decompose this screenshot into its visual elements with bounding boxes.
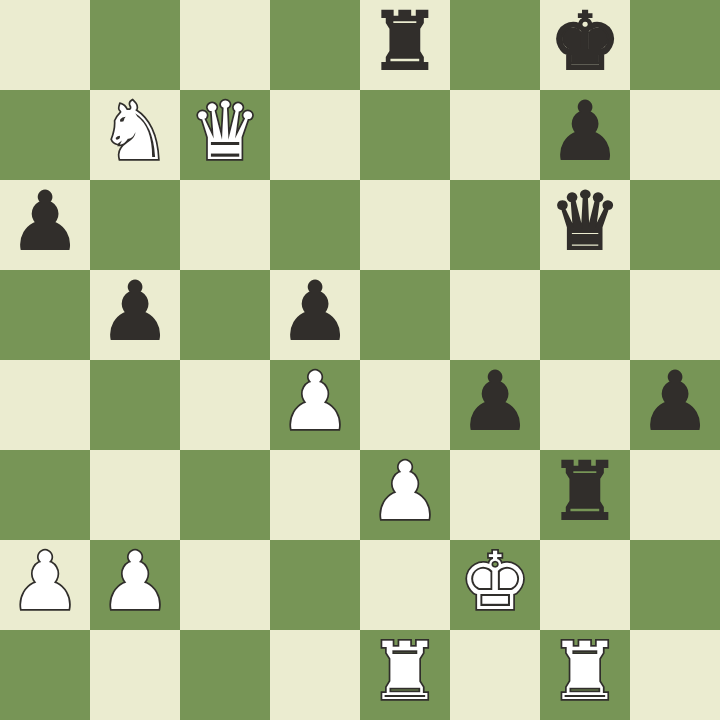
square-c3[interactable] bbox=[180, 450, 270, 540]
square-h1[interactable] bbox=[630, 630, 720, 720]
piece-white-rook[interactable]: ♜ bbox=[369, 627, 441, 717]
piece-white-rook[interactable]: ♜ bbox=[549, 627, 621, 717]
square-e8[interactable]: ♜ bbox=[360, 0, 450, 90]
chess-board: ♜♚♞♛♟♟♛♟♟♟♟♟♟♜♟♟♚♜♜ bbox=[0, 0, 720, 720]
square-a4[interactable] bbox=[0, 360, 90, 450]
square-a8[interactable] bbox=[0, 0, 90, 90]
square-e6[interactable] bbox=[360, 180, 450, 270]
square-b1[interactable] bbox=[90, 630, 180, 720]
square-c8[interactable] bbox=[180, 0, 270, 90]
square-c6[interactable] bbox=[180, 180, 270, 270]
square-c7[interactable]: ♛ bbox=[180, 90, 270, 180]
square-d4[interactable]: ♟ bbox=[270, 360, 360, 450]
square-c1[interactable] bbox=[180, 630, 270, 720]
square-b7[interactable]: ♞ bbox=[90, 90, 180, 180]
square-e2[interactable] bbox=[360, 540, 450, 630]
square-a1[interactable] bbox=[0, 630, 90, 720]
square-b8[interactable] bbox=[90, 0, 180, 90]
square-b6[interactable] bbox=[90, 180, 180, 270]
square-a5[interactable] bbox=[0, 270, 90, 360]
square-h8[interactable] bbox=[630, 0, 720, 90]
square-e1[interactable]: ♜ bbox=[360, 630, 450, 720]
piece-black-pawn[interactable]: ♟ bbox=[639, 357, 711, 447]
square-d3[interactable] bbox=[270, 450, 360, 540]
square-h2[interactable] bbox=[630, 540, 720, 630]
square-f2[interactable]: ♚ bbox=[450, 540, 540, 630]
piece-white-pawn[interactable]: ♟ bbox=[369, 447, 441, 537]
square-d7[interactable] bbox=[270, 90, 360, 180]
square-f8[interactable] bbox=[450, 0, 540, 90]
piece-black-pawn[interactable]: ♟ bbox=[9, 177, 81, 267]
piece-black-queen[interactable]: ♛ bbox=[549, 177, 621, 267]
square-e5[interactable] bbox=[360, 270, 450, 360]
piece-black-pawn[interactable]: ♟ bbox=[549, 87, 621, 177]
square-h4[interactable]: ♟ bbox=[630, 360, 720, 450]
square-e3[interactable]: ♟ bbox=[360, 450, 450, 540]
square-f6[interactable] bbox=[450, 180, 540, 270]
square-g1[interactable]: ♜ bbox=[540, 630, 630, 720]
piece-black-pawn[interactable]: ♟ bbox=[99, 267, 171, 357]
square-e4[interactable] bbox=[360, 360, 450, 450]
square-b2[interactable]: ♟ bbox=[90, 540, 180, 630]
piece-black-pawn[interactable]: ♟ bbox=[459, 357, 531, 447]
square-g6[interactable]: ♛ bbox=[540, 180, 630, 270]
square-c5[interactable] bbox=[180, 270, 270, 360]
piece-white-king[interactable]: ♚ bbox=[459, 537, 531, 627]
square-d6[interactable] bbox=[270, 180, 360, 270]
square-g7[interactable]: ♟ bbox=[540, 90, 630, 180]
piece-black-rook[interactable]: ♜ bbox=[369, 0, 441, 87]
square-e7[interactable] bbox=[360, 90, 450, 180]
square-g8[interactable]: ♚ bbox=[540, 0, 630, 90]
square-d5[interactable]: ♟ bbox=[270, 270, 360, 360]
square-g2[interactable] bbox=[540, 540, 630, 630]
piece-black-rook[interactable]: ♜ bbox=[549, 447, 621, 537]
square-b3[interactable] bbox=[90, 450, 180, 540]
piece-white-pawn[interactable]: ♟ bbox=[279, 357, 351, 447]
square-a3[interactable] bbox=[0, 450, 90, 540]
square-b4[interactable] bbox=[90, 360, 180, 450]
square-g3[interactable]: ♜ bbox=[540, 450, 630, 540]
square-f5[interactable] bbox=[450, 270, 540, 360]
square-h3[interactable] bbox=[630, 450, 720, 540]
square-g4[interactable] bbox=[540, 360, 630, 450]
piece-white-queen[interactable]: ♛ bbox=[189, 87, 261, 177]
square-c4[interactable] bbox=[180, 360, 270, 450]
piece-white-pawn[interactable]: ♟ bbox=[9, 537, 81, 627]
square-d2[interactable] bbox=[270, 540, 360, 630]
square-f1[interactable] bbox=[450, 630, 540, 720]
square-g5[interactable] bbox=[540, 270, 630, 360]
square-h6[interactable] bbox=[630, 180, 720, 270]
square-a2[interactable]: ♟ bbox=[0, 540, 90, 630]
square-c2[interactable] bbox=[180, 540, 270, 630]
square-b5[interactable]: ♟ bbox=[90, 270, 180, 360]
square-f4[interactable]: ♟ bbox=[450, 360, 540, 450]
piece-black-pawn[interactable]: ♟ bbox=[279, 267, 351, 357]
square-d8[interactable] bbox=[270, 0, 360, 90]
square-h5[interactable] bbox=[630, 270, 720, 360]
square-f7[interactable] bbox=[450, 90, 540, 180]
piece-black-king[interactable]: ♚ bbox=[549, 0, 621, 87]
square-a6[interactable]: ♟ bbox=[0, 180, 90, 270]
square-a7[interactable] bbox=[0, 90, 90, 180]
piece-white-pawn[interactable]: ♟ bbox=[99, 537, 171, 627]
piece-white-knight[interactable]: ♞ bbox=[99, 87, 171, 177]
square-f3[interactable] bbox=[450, 450, 540, 540]
square-d1[interactable] bbox=[270, 630, 360, 720]
square-h7[interactable] bbox=[630, 90, 720, 180]
